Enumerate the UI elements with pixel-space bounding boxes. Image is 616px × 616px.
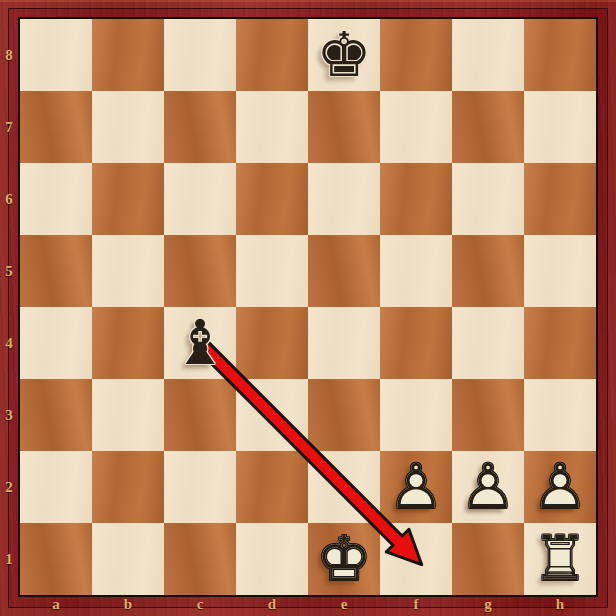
rank-label-6: 6 (0, 163, 18, 235)
rank-labels: 87654321 (0, 19, 18, 595)
file-label-b: b (92, 595, 164, 615)
rank-label-4: 4 (0, 307, 18, 379)
rank-label-5: 5 (0, 235, 18, 307)
rank-label-2: 2 (0, 451, 18, 523)
file-label-g: g (452, 595, 524, 615)
rank-label-8: 8 (0, 19, 18, 91)
black-bishop[interactable]: ♝ (164, 307, 236, 379)
white-king[interactable]: ♚♔ (308, 523, 380, 595)
white-king-outline: ♔ (308, 523, 380, 595)
rank-label-7: 7 (0, 91, 18, 163)
white-pawn-outline: ♙ (380, 451, 452, 523)
chessboard-window: 87654321 abcdefgh ♚♝♚♔♟♙♟♙♟♙♜♖ (0, 0, 616, 616)
file-label-e: e (308, 595, 380, 615)
white-pawn-outline: ♙ (524, 451, 596, 523)
rank-label-3: 3 (0, 379, 18, 451)
white-rook-outline: ♖ (524, 523, 596, 595)
file-label-c: c (164, 595, 236, 615)
file-label-f: f (380, 595, 452, 615)
white-pawn[interactable]: ♟♙ (380, 451, 452, 523)
black-bishop-glyph: ♝ (164, 307, 236, 379)
white-pawn-outline: ♙ (452, 451, 524, 523)
rank-label-1: 1 (0, 523, 18, 595)
file-labels: abcdefgh (20, 595, 596, 615)
white-pawn[interactable]: ♟♙ (452, 451, 524, 523)
file-label-a: a (20, 595, 92, 615)
file-label-d: d (236, 595, 308, 615)
black-king-glyph: ♚ (308, 19, 380, 91)
white-pawn[interactable]: ♟♙ (524, 451, 596, 523)
white-rook[interactable]: ♜♖ (524, 523, 596, 595)
board-area: ♚♝♚♔♟♙♟♙♟♙♜♖ (18, 17, 598, 597)
pieces-layer: ♚♝♚♔♟♙♟♙♟♙♜♖ (20, 19, 596, 595)
black-king[interactable]: ♚ (308, 19, 380, 91)
file-label-h: h (524, 595, 596, 615)
